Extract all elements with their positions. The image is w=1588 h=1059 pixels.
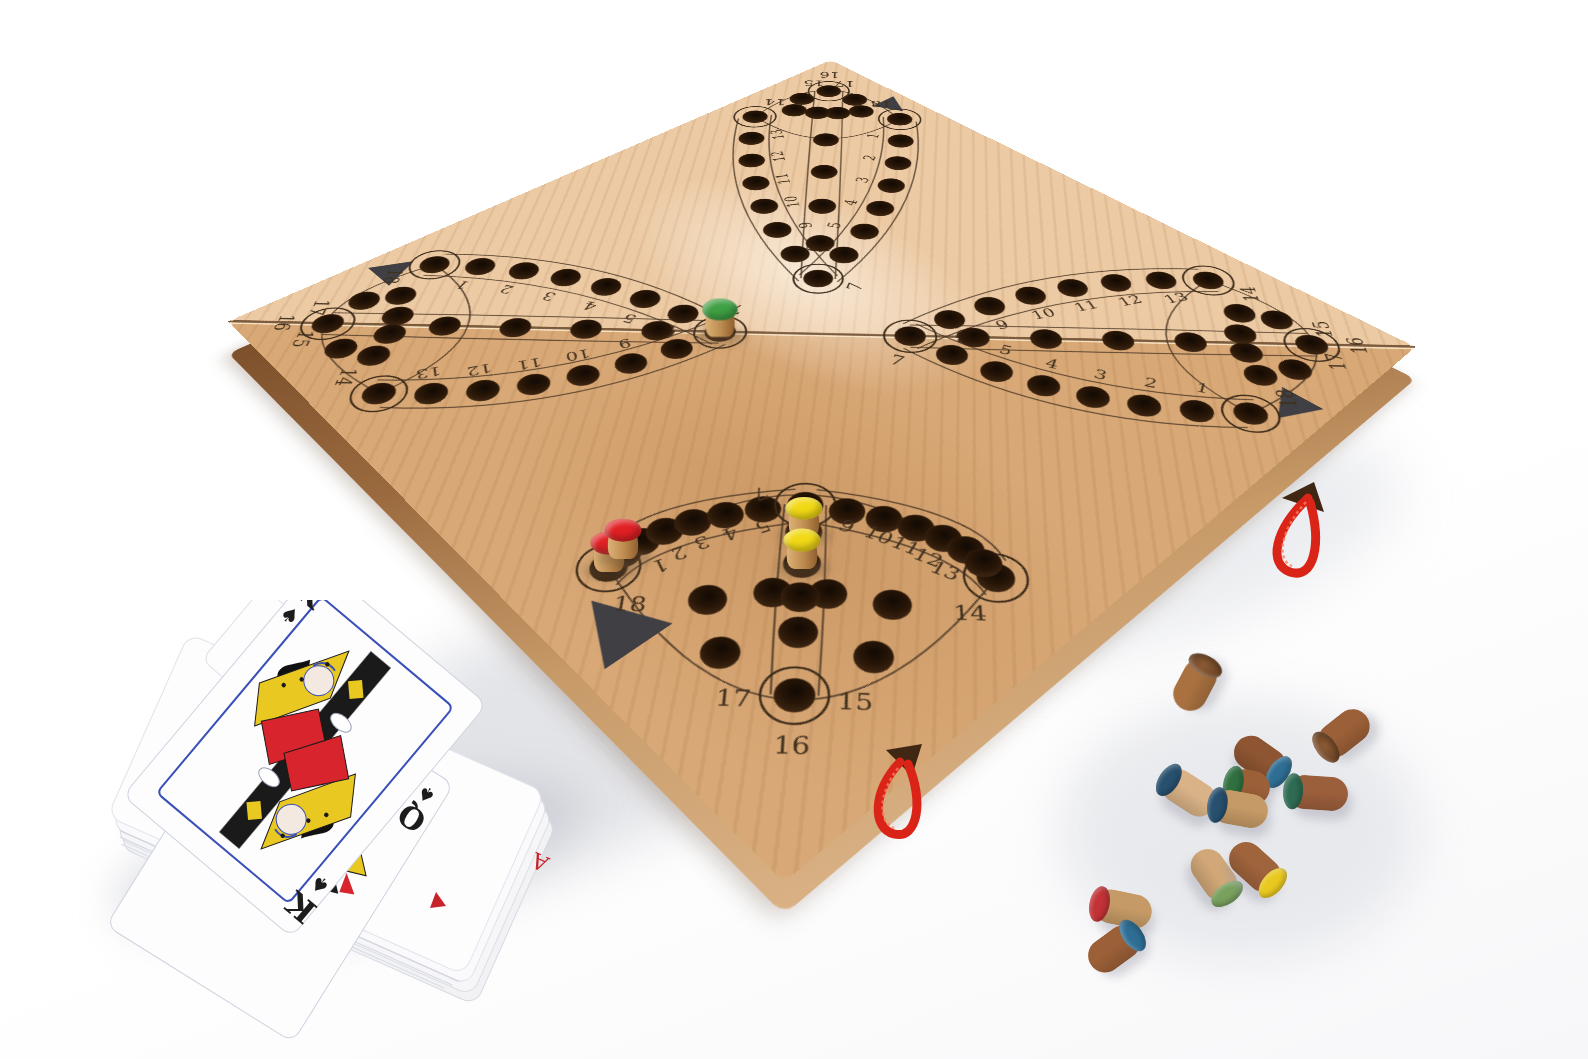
peg-top <box>702 298 737 320</box>
peg-green-west-7[interactable] <box>702 298 737 342</box>
hole-north-12[interactable] <box>733 151 770 170</box>
peg-red-south-1[interactable] <box>605 519 642 564</box>
track-number: 15 <box>837 688 873 716</box>
hole-west-3[interactable] <box>545 266 586 290</box>
track-number: 16 <box>772 731 810 761</box>
track-number: 16 <box>268 314 301 331</box>
cord-loop-front[interactable] <box>848 728 968 858</box>
hole-east-13[interactable] <box>1140 268 1182 292</box>
track-number: 12 <box>1114 292 1145 308</box>
hole-east-finish-2[interactable] <box>1096 327 1140 354</box>
track-number: 11 <box>771 172 794 185</box>
track-number: 2 <box>496 282 517 296</box>
track-number: 1 <box>649 555 672 578</box>
track-number: 3 <box>1092 366 1109 382</box>
card-stack[interactable]: A Q ♠ K ♠ K <box>70 600 630 1040</box>
hole-north-7[interactable] <box>797 266 839 290</box>
track-number: 17 <box>714 684 752 712</box>
track-number: 1 <box>863 132 883 139</box>
hole-west-12[interactable] <box>460 376 506 406</box>
hole-east-7[interactable] <box>888 323 932 350</box>
track-number: 5 <box>823 221 845 230</box>
hole-east-10[interactable] <box>1009 283 1051 308</box>
hole-south-base-1[interactable] <box>680 579 734 621</box>
peg-tip-teal <box>1282 773 1304 810</box>
track-number: 2 <box>667 543 690 565</box>
hole-east-15[interactable] <box>1255 307 1299 333</box>
hole-north-9[interactable] <box>757 219 797 241</box>
track-number: 18 <box>871 99 892 109</box>
peg-top <box>786 497 823 520</box>
hole-east-3[interactable] <box>1070 382 1117 412</box>
hole-east-finish-1[interactable] <box>1168 329 1212 356</box>
hole-west-1[interactable] <box>460 255 501 279</box>
hole-north-4[interactable] <box>861 198 900 219</box>
track-number: 16 <box>819 70 840 79</box>
track-number: 1 <box>452 278 473 292</box>
track-number: 12 <box>767 150 789 162</box>
hole-east-4[interactable] <box>1021 371 1067 401</box>
scene: 1415161718123456789101112131415161718123… <box>0 0 1588 1059</box>
track-number: 14 <box>764 97 786 107</box>
cord-loop-icon <box>1277 498 1315 573</box>
hole-south-base-4[interactable] <box>865 584 920 626</box>
hole-east-finish-3[interactable] <box>1024 326 1068 353</box>
hole-west-finish-1[interactable] <box>423 313 466 340</box>
hole-north-2[interactable] <box>879 154 916 173</box>
hole-east-14[interactable] <box>1187 268 1229 292</box>
hole-west-5[interactable] <box>624 286 666 311</box>
peg-tip-plain <box>1185 648 1226 683</box>
hole-north-1[interactable] <box>883 132 919 150</box>
track-number: 7 <box>842 281 868 292</box>
hole-north-5[interactable] <box>845 221 885 243</box>
hole-north-finish-1[interactable] <box>808 131 844 149</box>
track-number: 11 <box>1071 297 1102 313</box>
hole-east-9[interactable] <box>968 293 1011 319</box>
track-number: 12 <box>466 361 494 379</box>
hole-west-base-1[interactable] <box>380 283 422 308</box>
track-number: 14 <box>1235 286 1264 302</box>
track-number: 13 <box>766 129 788 141</box>
peg-tip-green <box>1207 875 1248 912</box>
loose-peg-teal-7[interactable] <box>1287 774 1349 812</box>
hole-west-18[interactable] <box>414 253 455 277</box>
hole-south-16[interactable] <box>765 672 823 720</box>
hole-north-finish-3[interactable] <box>803 196 842 217</box>
hole-east-1[interactable] <box>1173 396 1220 427</box>
track-number: 17 <box>834 79 855 88</box>
track-number: 4 <box>1043 355 1060 371</box>
hole-north-finish-2[interactable] <box>806 162 843 182</box>
track-number: 1 <box>1194 379 1210 396</box>
hole-west-13[interactable] <box>408 379 454 409</box>
hole-north-13[interactable] <box>734 129 770 147</box>
hole-east-18[interactable] <box>1227 398 1274 429</box>
peg-tip-navy <box>1151 759 1187 800</box>
hole-west-finish-2[interactable] <box>494 314 537 341</box>
track-number: 11 <box>515 355 543 373</box>
peg-tip-plain <box>1307 727 1345 768</box>
hole-west-17[interactable] <box>343 288 385 313</box>
hole-east-2[interactable] <box>1121 390 1168 421</box>
track-number: 18 <box>1270 389 1303 408</box>
hole-north-3[interactable] <box>872 176 910 196</box>
track-number: 9 <box>617 336 633 351</box>
track-number: 9 <box>794 221 816 229</box>
track-number: 3 <box>851 176 872 184</box>
hole-west-base-4[interactable] <box>352 342 396 370</box>
cord-loop-right[interactable] <box>1252 468 1372 598</box>
track-number: 2 <box>1142 374 1159 391</box>
loose-peg-plain-2[interactable] <box>1311 702 1376 763</box>
hole-west-finish-3[interactable] <box>564 316 607 343</box>
track-number: 10 <box>1028 305 1059 322</box>
hole-west-14[interactable] <box>356 379 402 409</box>
track-number: 16 <box>1341 337 1373 354</box>
hole-west-11[interactable] <box>511 370 557 400</box>
cord-loop-icon <box>878 762 917 835</box>
hole-east-12[interactable] <box>1095 271 1137 296</box>
track-number: 14 <box>329 368 363 386</box>
track-number: 10 <box>780 195 803 209</box>
track-number: 3 <box>539 289 560 303</box>
hole-north-10[interactable] <box>745 196 784 217</box>
hole-east-base-4[interactable] <box>1218 300 1261 326</box>
track-number: 9 <box>992 317 1012 332</box>
hole-east-11[interactable] <box>1051 276 1093 301</box>
peg-top <box>605 519 642 542</box>
track-number: 4 <box>839 198 860 207</box>
track-number: 10 <box>564 346 592 364</box>
track-number: 5 <box>997 342 1015 358</box>
peg-tip-red <box>1086 884 1113 923</box>
track-number: 15 <box>803 78 824 87</box>
loose-peg-plain-1[interactable] <box>1167 653 1222 717</box>
track-number: 4 <box>580 299 601 314</box>
hole-north-11[interactable] <box>737 173 775 193</box>
hole-east-base-1[interactable] <box>1238 361 1284 390</box>
track-number: 14 <box>953 601 988 626</box>
hole-west-10[interactable] <box>561 361 606 390</box>
track-number: 7 <box>887 352 908 370</box>
loose-peg-blue-11[interactable] <box>1081 919 1146 979</box>
peg-yellow-south-finish-3[interactable] <box>783 529 820 575</box>
track-number: 2 <box>859 154 879 162</box>
hole-north-14[interactable] <box>738 108 773 125</box>
hole-west-4[interactable] <box>585 275 627 300</box>
hole-east-17[interactable] <box>1272 355 1318 384</box>
peg-tip-yellow <box>1253 863 1292 903</box>
peg-top <box>783 529 820 552</box>
hole-west-2[interactable] <box>503 259 544 283</box>
hole-south-finish-1[interactable] <box>770 611 826 655</box>
